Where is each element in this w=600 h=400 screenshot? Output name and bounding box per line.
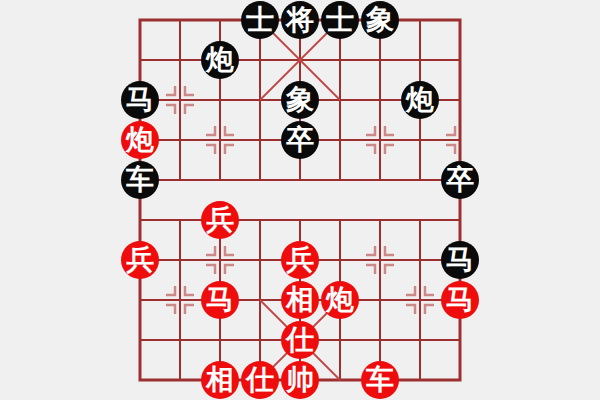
red-advisor[interactable]: 仕 — [281, 321, 319, 359]
red-soldier[interactable]: 兵 — [121, 241, 159, 279]
black-chariot[interactable]: 车 — [121, 161, 159, 199]
red-elephant[interactable]: 相 — [281, 281, 319, 319]
red-advisor[interactable]: 仕 — [241, 361, 279, 399]
app-background: 士将士象炮马象炮卒车卒马炮兵兵兵马相炮马仕相仕帅车 — [0, 0, 600, 400]
black-general[interactable]: 将 — [281, 1, 319, 39]
black-cannon[interactable]: 炮 — [401, 81, 439, 119]
xiangqi-board: 士将士象炮马象炮卒车卒马炮兵兵兵马相炮马仕相仕帅车 — [0, 0, 600, 400]
black-cannon[interactable]: 炮 — [201, 41, 239, 79]
black-soldier[interactable]: 卒 — [441, 161, 479, 199]
red-soldier[interactable]: 兵 — [201, 201, 239, 239]
pieces-layer: 士将士象炮马象炮卒车卒马炮兵兵兵马相炮马仕相仕帅车 — [0, 0, 600, 400]
black-advisor[interactable]: 士 — [321, 1, 359, 39]
black-elephant[interactable]: 象 — [281, 81, 319, 119]
red-cannon[interactable]: 炮 — [121, 121, 159, 159]
red-cannon[interactable]: 炮 — [321, 281, 359, 319]
black-horse[interactable]: 马 — [441, 241, 479, 279]
red-chariot[interactable]: 车 — [361, 361, 399, 399]
red-elephant[interactable]: 相 — [201, 361, 239, 399]
black-elephant[interactable]: 象 — [361, 1, 399, 39]
red-horse[interactable]: 马 — [441, 281, 479, 319]
red-horse[interactable]: 马 — [201, 281, 239, 319]
red-general[interactable]: 帅 — [281, 361, 319, 399]
black-advisor[interactable]: 士 — [241, 1, 279, 39]
black-horse[interactable]: 马 — [121, 81, 159, 119]
black-soldier[interactable]: 卒 — [281, 121, 319, 159]
red-soldier[interactable]: 兵 — [281, 241, 319, 279]
